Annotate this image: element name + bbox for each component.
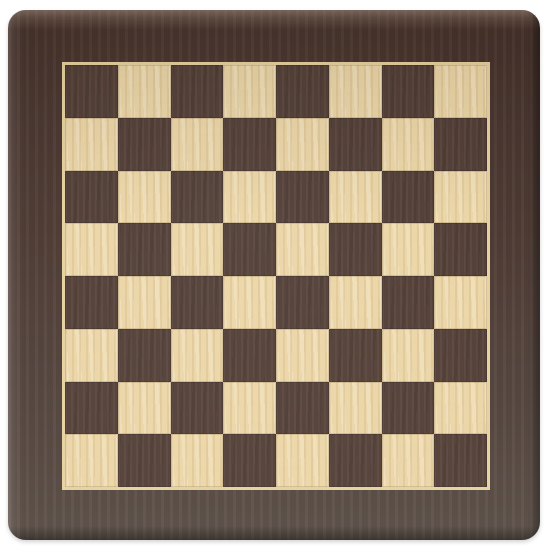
square-c7[interactable]: [171, 118, 224, 171]
square-a8[interactable]: [65, 65, 118, 118]
square-g1[interactable]: [382, 434, 435, 487]
square-e2[interactable]: [276, 382, 329, 435]
square-d1[interactable]: [223, 434, 276, 487]
square-g2[interactable]: [382, 382, 435, 435]
square-b7[interactable]: [118, 118, 171, 171]
square-h7[interactable]: [434, 118, 487, 171]
square-f1[interactable]: [329, 434, 382, 487]
square-a3[interactable]: [65, 329, 118, 382]
square-d3[interactable]: [223, 329, 276, 382]
square-d7[interactable]: [223, 118, 276, 171]
playing-field: [62, 62, 490, 490]
square-a7[interactable]: [65, 118, 118, 171]
square-a4[interactable]: [65, 276, 118, 329]
square-f5[interactable]: [329, 223, 382, 276]
square-e5[interactable]: [276, 223, 329, 276]
square-c3[interactable]: [171, 329, 224, 382]
square-e8[interactable]: [276, 65, 329, 118]
square-b1[interactable]: [118, 434, 171, 487]
square-e7[interactable]: [276, 118, 329, 171]
square-c1[interactable]: [171, 434, 224, 487]
square-c5[interactable]: [171, 223, 224, 276]
square-e6[interactable]: [276, 171, 329, 224]
square-c2[interactable]: [171, 382, 224, 435]
page-background: { "game": "chess", "position": "8/8/8/8/…: [0, 0, 551, 557]
square-d6[interactable]: [223, 171, 276, 224]
square-g8[interactable]: [382, 65, 435, 118]
square-a5[interactable]: [65, 223, 118, 276]
square-f8[interactable]: [329, 65, 382, 118]
square-g3[interactable]: [382, 329, 435, 382]
square-h4[interactable]: [434, 276, 487, 329]
square-h1[interactable]: [434, 434, 487, 487]
square-g4[interactable]: [382, 276, 435, 329]
square-d5[interactable]: [223, 223, 276, 276]
square-b3[interactable]: [118, 329, 171, 382]
square-g7[interactable]: [382, 118, 435, 171]
square-b2[interactable]: [118, 382, 171, 435]
square-h6[interactable]: [434, 171, 487, 224]
square-f2[interactable]: [329, 382, 382, 435]
square-h3[interactable]: [434, 329, 487, 382]
square-b4[interactable]: [118, 276, 171, 329]
square-d2[interactable]: [223, 382, 276, 435]
square-f4[interactable]: [329, 276, 382, 329]
square-h8[interactable]: [434, 65, 487, 118]
square-h2[interactable]: [434, 382, 487, 435]
square-g5[interactable]: [382, 223, 435, 276]
square-a1[interactable]: [65, 434, 118, 487]
square-c8[interactable]: [171, 65, 224, 118]
square-f7[interactable]: [329, 118, 382, 171]
square-b5[interactable]: [118, 223, 171, 276]
square-e1[interactable]: [276, 434, 329, 487]
square-b6[interactable]: [118, 171, 171, 224]
square-f3[interactable]: [329, 329, 382, 382]
square-c6[interactable]: [171, 171, 224, 224]
square-h5[interactable]: [434, 223, 487, 276]
square-b8[interactable]: [118, 65, 171, 118]
square-e4[interactable]: [276, 276, 329, 329]
square-d4[interactable]: [223, 276, 276, 329]
square-c4[interactable]: [171, 276, 224, 329]
square-e3[interactable]: [276, 329, 329, 382]
square-a2[interactable]: [65, 382, 118, 435]
square-d8[interactable]: [223, 65, 276, 118]
chess-board: [8, 10, 540, 540]
square-g6[interactable]: [382, 171, 435, 224]
square-a6[interactable]: [65, 171, 118, 224]
square-f6[interactable]: [329, 171, 382, 224]
